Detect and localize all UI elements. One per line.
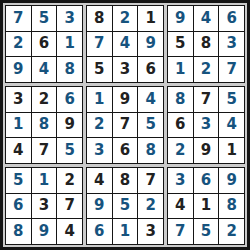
sudoku-cell-r7c6[interactable]: 7 bbox=[138, 168, 163, 193]
sudoku-cell-r4c8[interactable]: 7 bbox=[194, 87, 219, 112]
sudoku-cell-r7c8[interactable]: 6 bbox=[194, 168, 219, 193]
sudoku-cell-r8c9[interactable]: 8 bbox=[219, 194, 244, 219]
sudoku-cell-r7c4[interactable]: 4 bbox=[87, 168, 112, 193]
sudoku-cell-r2c9[interactable]: 3 bbox=[219, 32, 244, 57]
sudoku-cell-r9c4[interactable]: 6 bbox=[87, 219, 112, 244]
sudoku-cell-r7c9[interactable]: 9 bbox=[219, 168, 244, 193]
sudoku-cell-r9c9[interactable]: 2 bbox=[219, 219, 244, 244]
sudoku-cell-r5c7[interactable]: 6 bbox=[168, 113, 193, 138]
sudoku-cell-r1c6[interactable]: 1 bbox=[138, 6, 163, 31]
sudoku-cell-r4c5[interactable]: 9 bbox=[113, 87, 138, 112]
sudoku-cell-r8c6[interactable]: 2 bbox=[138, 194, 163, 219]
sudoku-cell-r3c1[interactable]: 9 bbox=[6, 57, 31, 82]
sudoku-cell-r6c7[interactable]: 2 bbox=[168, 138, 193, 163]
sudoku-cell-r1c5[interactable]: 2 bbox=[113, 6, 138, 31]
sudoku-cell-r7c2[interactable]: 1 bbox=[32, 168, 57, 193]
sudoku-cell-r8c2[interactable]: 3 bbox=[32, 194, 57, 219]
sudoku-cell-r6c4[interactable]: 3 bbox=[87, 138, 112, 163]
sudoku-cell-r2c1[interactable]: 2 bbox=[6, 32, 31, 57]
sudoku-cell-r9c2[interactable]: 9 bbox=[32, 219, 57, 244]
sudoku-cell-r1c4[interactable]: 8 bbox=[87, 6, 112, 31]
sudoku-cell-r3c6[interactable]: 6 bbox=[138, 57, 163, 82]
sudoku-box-5: 194275368 bbox=[86, 86, 164, 164]
sudoku-cell-r8c5[interactable]: 5 bbox=[113, 194, 138, 219]
sudoku-board: 7532619488217495369465831273261894751942… bbox=[0, 0, 250, 250]
sudoku-cell-r5c5[interactable]: 7 bbox=[113, 113, 138, 138]
sudoku-box-3: 946583127 bbox=[167, 5, 245, 83]
sudoku-cell-r8c4[interactable]: 9 bbox=[87, 194, 112, 219]
sudoku-cell-r1c9[interactable]: 6 bbox=[219, 6, 244, 31]
sudoku-cell-r8c1[interactable]: 6 bbox=[6, 194, 31, 219]
sudoku-cell-r3c9[interactable]: 7 bbox=[219, 57, 244, 82]
sudoku-cell-r6c8[interactable]: 9 bbox=[194, 138, 219, 163]
sudoku-cell-r9c1[interactable]: 8 bbox=[6, 219, 31, 244]
sudoku-cell-r5c9[interactable]: 4 bbox=[219, 113, 244, 138]
sudoku-cell-r2c8[interactable]: 8 bbox=[194, 32, 219, 57]
sudoku-cell-r7c3[interactable]: 2 bbox=[57, 168, 82, 193]
sudoku-cell-r4c1[interactable]: 3 bbox=[6, 87, 31, 112]
sudoku-cell-r4c9[interactable]: 5 bbox=[219, 87, 244, 112]
sudoku-cell-r3c7[interactable]: 1 bbox=[168, 57, 193, 82]
sudoku-cell-r8c7[interactable]: 4 bbox=[168, 194, 193, 219]
sudoku-cell-r6c5[interactable]: 6 bbox=[113, 138, 138, 163]
sudoku-box-7: 512637894 bbox=[5, 167, 83, 245]
sudoku-cell-r5c4[interactable]: 2 bbox=[87, 113, 112, 138]
sudoku-cell-r2c3[interactable]: 1 bbox=[57, 32, 82, 57]
sudoku-cell-r2c5[interactable]: 4 bbox=[113, 32, 138, 57]
sudoku-box-9: 369418752 bbox=[167, 167, 245, 245]
sudoku-cell-r4c7[interactable]: 8 bbox=[168, 87, 193, 112]
sudoku-cell-r2c2[interactable]: 6 bbox=[32, 32, 57, 57]
sudoku-cell-r3c5[interactable]: 3 bbox=[113, 57, 138, 82]
sudoku-cell-r1c8[interactable]: 4 bbox=[194, 6, 219, 31]
sudoku-cell-r4c4[interactable]: 1 bbox=[87, 87, 112, 112]
sudoku-cell-r6c2[interactable]: 7 bbox=[32, 138, 57, 163]
sudoku-cell-r1c3[interactable]: 3 bbox=[57, 6, 82, 31]
sudoku-cell-r9c3[interactable]: 4 bbox=[57, 219, 82, 244]
sudoku-cell-r9c5[interactable]: 1 bbox=[113, 219, 138, 244]
sudoku-box-8: 487952613 bbox=[86, 167, 164, 245]
sudoku-box-6: 875634291 bbox=[167, 86, 245, 164]
sudoku-cell-r2c6[interactable]: 9 bbox=[138, 32, 163, 57]
sudoku-cell-r1c7[interactable]: 9 bbox=[168, 6, 193, 31]
sudoku-cell-r1c2[interactable]: 5 bbox=[32, 6, 57, 31]
sudoku-cell-r2c4[interactable]: 7 bbox=[87, 32, 112, 57]
sudoku-cell-r5c8[interactable]: 3 bbox=[194, 113, 219, 138]
sudoku-cell-r5c2[interactable]: 8 bbox=[32, 113, 57, 138]
sudoku-cell-r3c2[interactable]: 4 bbox=[32, 57, 57, 82]
sudoku-cell-r9c7[interactable]: 7 bbox=[168, 219, 193, 244]
sudoku-cell-r6c9[interactable]: 1 bbox=[219, 138, 244, 163]
sudoku-cell-r3c4[interactable]: 5 bbox=[87, 57, 112, 82]
sudoku-cell-r3c8[interactable]: 2 bbox=[194, 57, 219, 82]
sudoku-box-1: 753261948 bbox=[5, 5, 83, 83]
sudoku-cell-r6c3[interactable]: 5 bbox=[57, 138, 82, 163]
sudoku-cell-r5c1[interactable]: 1 bbox=[6, 113, 31, 138]
sudoku-cell-r5c3[interactable]: 9 bbox=[57, 113, 82, 138]
sudoku-cell-r8c3[interactable]: 7 bbox=[57, 194, 82, 219]
sudoku-cell-r9c8[interactable]: 5 bbox=[194, 219, 219, 244]
sudoku-cell-r4c3[interactable]: 6 bbox=[57, 87, 82, 112]
sudoku-cell-r5c6[interactable]: 5 bbox=[138, 113, 163, 138]
sudoku-cell-r6c1[interactable]: 4 bbox=[6, 138, 31, 163]
sudoku-cell-r7c1[interactable]: 5 bbox=[6, 168, 31, 193]
sudoku-cell-r2c7[interactable]: 5 bbox=[168, 32, 193, 57]
sudoku-cell-r8c8[interactable]: 1 bbox=[194, 194, 219, 219]
sudoku-cell-r7c7[interactable]: 3 bbox=[168, 168, 193, 193]
sudoku-box-4: 326189475 bbox=[5, 86, 83, 164]
sudoku-cell-r4c2[interactable]: 2 bbox=[32, 87, 57, 112]
sudoku-box-2: 821749536 bbox=[86, 5, 164, 83]
sudoku-cell-r7c5[interactable]: 8 bbox=[113, 168, 138, 193]
sudoku-cell-r3c3[interactable]: 8 bbox=[57, 57, 82, 82]
sudoku-cell-r1c1[interactable]: 7 bbox=[6, 6, 31, 31]
sudoku-cell-r4c6[interactable]: 4 bbox=[138, 87, 163, 112]
sudoku-cell-r6c6[interactable]: 8 bbox=[138, 138, 163, 163]
sudoku-cell-r9c6[interactable]: 3 bbox=[138, 219, 163, 244]
